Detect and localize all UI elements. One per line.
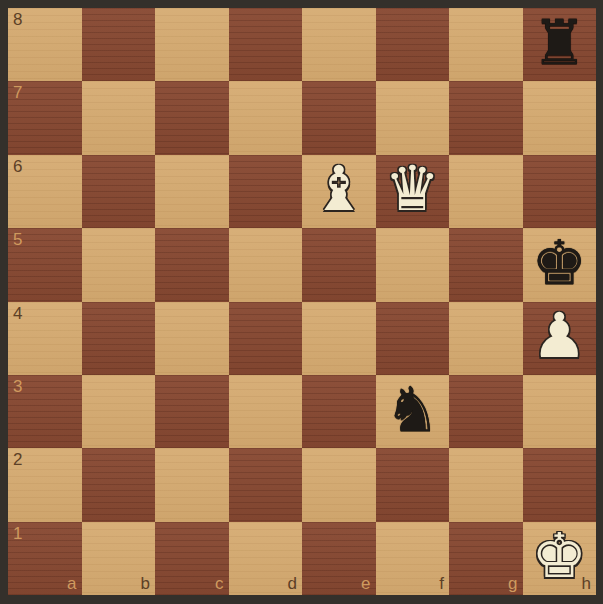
square-c7[interactable] <box>155 81 229 154</box>
square-h8[interactable]: ♜ <box>523 8 597 81</box>
square-a3[interactable]: 3 <box>8 375 82 448</box>
square-c8[interactable] <box>155 8 229 81</box>
square-f2[interactable] <box>376 448 450 521</box>
square-g4[interactable] <box>449 302 523 375</box>
square-d4[interactable] <box>229 302 303 375</box>
square-f1[interactable]: f <box>376 522 450 595</box>
file-label-e: e <box>361 575 370 592</box>
square-b6[interactable] <box>82 155 156 228</box>
square-e2[interactable] <box>302 448 376 521</box>
file-label-d: d <box>288 575 297 592</box>
square-d5[interactable] <box>229 228 303 301</box>
square-b4[interactable] <box>82 302 156 375</box>
rank-label-2: 2 <box>13 451 22 468</box>
square-h7[interactable] <box>523 81 597 154</box>
square-c5[interactable] <box>155 228 229 301</box>
square-e6[interactable]: ♝ <box>302 155 376 228</box>
square-g8[interactable] <box>449 8 523 81</box>
file-label-a: a <box>67 575 76 592</box>
square-f5[interactable] <box>376 228 450 301</box>
square-f3[interactable]: ♞ <box>376 375 450 448</box>
square-g1[interactable]: g <box>449 522 523 595</box>
square-e1[interactable]: e <box>302 522 376 595</box>
rank-label-4: 4 <box>13 305 22 322</box>
square-h5[interactable]: ♚ <box>523 228 597 301</box>
square-e7[interactable] <box>302 81 376 154</box>
square-e4[interactable] <box>302 302 376 375</box>
file-label-f: f <box>439 575 444 592</box>
square-c1[interactable]: c <box>155 522 229 595</box>
piece-white-pawn[interactable]: ♟ <box>531 305 587 367</box>
square-b7[interactable] <box>82 81 156 154</box>
square-a7[interactable]: 7 <box>8 81 82 154</box>
square-g6[interactable] <box>449 155 523 228</box>
square-c6[interactable] <box>155 155 229 228</box>
square-a4[interactable]: 4 <box>8 302 82 375</box>
square-d7[interactable] <box>229 81 303 154</box>
square-g5[interactable] <box>449 228 523 301</box>
rank-label-6: 6 <box>13 158 22 175</box>
square-b2[interactable] <box>82 448 156 521</box>
square-b1[interactable]: b <box>82 522 156 595</box>
square-c4[interactable] <box>155 302 229 375</box>
rank-label-5: 5 <box>13 231 22 248</box>
square-g3[interactable] <box>449 375 523 448</box>
piece-black-knight[interactable]: ♞ <box>384 379 440 441</box>
square-h1[interactable]: h♚ <box>523 522 597 595</box>
piece-white-queen[interactable]: ♛ <box>384 158 440 220</box>
square-b3[interactable] <box>82 375 156 448</box>
square-d6[interactable] <box>229 155 303 228</box>
rank-label-1: 1 <box>13 525 22 542</box>
square-e3[interactable] <box>302 375 376 448</box>
piece-white-bishop[interactable]: ♝ <box>311 158 367 220</box>
square-d1[interactable]: d <box>229 522 303 595</box>
square-b5[interactable] <box>82 228 156 301</box>
square-b8[interactable] <box>82 8 156 81</box>
square-e5[interactable] <box>302 228 376 301</box>
square-g7[interactable] <box>449 81 523 154</box>
chess-board-frame: 8♜76♝♛5♚4♟3♞21abcdefgh♚ <box>0 0 603 604</box>
square-h2[interactable] <box>523 448 597 521</box>
square-f7[interactable] <box>376 81 450 154</box>
square-g2[interactable] <box>449 448 523 521</box>
square-e8[interactable] <box>302 8 376 81</box>
square-a8[interactable]: 8 <box>8 8 82 81</box>
file-label-c: c <box>215 575 224 592</box>
square-f8[interactable] <box>376 8 450 81</box>
rank-label-7: 7 <box>13 84 22 101</box>
square-f4[interactable] <box>376 302 450 375</box>
square-h6[interactable] <box>523 155 597 228</box>
square-d3[interactable] <box>229 375 303 448</box>
square-c3[interactable] <box>155 375 229 448</box>
square-d8[interactable] <box>229 8 303 81</box>
piece-white-king[interactable]: ♚ <box>531 525 587 587</box>
square-h4[interactable]: ♟ <box>523 302 597 375</box>
piece-black-king[interactable]: ♚ <box>531 232 587 294</box>
square-a2[interactable]: 2 <box>8 448 82 521</box>
square-a5[interactable]: 5 <box>8 228 82 301</box>
square-f6[interactable]: ♛ <box>376 155 450 228</box>
square-c2[interactable] <box>155 448 229 521</box>
square-a1[interactable]: 1a <box>8 522 82 595</box>
square-d2[interactable] <box>229 448 303 521</box>
rank-label-8: 8 <box>13 11 22 28</box>
file-label-b: b <box>141 575 150 592</box>
file-label-g: g <box>508 575 517 592</box>
square-h3[interactable] <box>523 375 597 448</box>
rank-label-3: 3 <box>13 378 22 395</box>
piece-black-rook[interactable]: ♜ <box>531 12 587 74</box>
chess-board: 8♜76♝♛5♚4♟3♞21abcdefgh♚ <box>8 8 596 595</box>
square-a6[interactable]: 6 <box>8 155 82 228</box>
